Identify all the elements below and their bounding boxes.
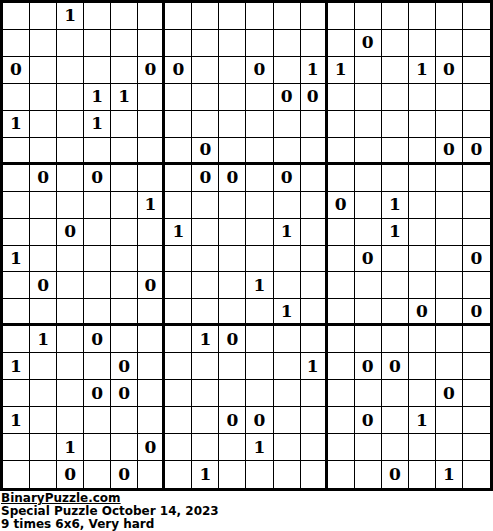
cell-r18-c13-empty[interactable] xyxy=(328,461,355,488)
cell-r11-c15-empty[interactable] xyxy=(382,272,409,299)
cell-r6-c4-empty[interactable] xyxy=(84,138,111,165)
cell-r9-c1-empty[interactable] xyxy=(3,219,30,246)
cell-r3-c18-empty[interactable] xyxy=(463,57,490,84)
cell-r13-c9-given-0: 0 xyxy=(219,326,246,353)
cell-r5-c3-empty[interactable] xyxy=(57,111,84,138)
cell-r2-c1-empty[interactable] xyxy=(3,30,30,57)
cell-r1-c2-empty[interactable] xyxy=(30,3,57,30)
cell-r10-c13-empty[interactable] xyxy=(328,246,355,273)
cell-r16-c2-empty[interactable] xyxy=(30,407,57,434)
cell-r4-c11-given-0: 0 xyxy=(274,84,301,111)
cell-r13-c3-empty[interactable] xyxy=(57,326,84,353)
cell-r7-c15-empty[interactable] xyxy=(382,165,409,192)
cell-r12-c15-empty[interactable] xyxy=(382,299,409,326)
cell-r5-c11-empty[interactable] xyxy=(274,111,301,138)
cell-r2-c12-empty[interactable] xyxy=(301,30,328,57)
cell-r10-c15-empty[interactable] xyxy=(382,246,409,273)
cell-r11-c2-given-0: 0 xyxy=(30,272,57,299)
cell-r17-c8-empty[interactable] xyxy=(192,434,219,461)
cell-r18-c14-empty[interactable] xyxy=(355,461,382,488)
cell-r2-c9-empty[interactable] xyxy=(219,30,246,57)
cell-r7-c7-empty[interactable] xyxy=(165,165,192,192)
cell-r12-c1-empty[interactable] xyxy=(3,299,30,326)
cell-r11-c14-empty[interactable] xyxy=(355,272,382,299)
cell-r14-c10-empty[interactable] xyxy=(246,353,273,380)
cell-r13-c6-empty[interactable] xyxy=(138,326,165,353)
cell-r11-c16-empty[interactable] xyxy=(409,272,436,299)
cell-r3-c8-empty[interactable] xyxy=(192,57,219,84)
cell-r4-c10-empty[interactable] xyxy=(246,84,273,111)
cell-r6-c13-empty[interactable] xyxy=(328,138,355,165)
cell-r8-c1-empty[interactable] xyxy=(3,192,30,219)
cell-r15-c18-empty[interactable] xyxy=(463,380,490,407)
cell-r12-c4-empty[interactable] xyxy=(84,299,111,326)
cell-r1-c9-empty[interactable] xyxy=(219,3,246,30)
cell-r14-c9-empty[interactable] xyxy=(219,353,246,380)
cell-r1-c10-empty[interactable] xyxy=(246,3,273,30)
cell-r5-c18-empty[interactable] xyxy=(463,111,490,138)
cell-r6-c16-empty[interactable] xyxy=(409,138,436,165)
cell-r8-c5-empty[interactable] xyxy=(111,192,138,219)
cell-r15-c13-empty[interactable] xyxy=(328,380,355,407)
site-link[interactable]: BinaryPuzzle.com xyxy=(1,492,219,505)
cell-r14-c8-empty[interactable] xyxy=(192,353,219,380)
cell-r15-c10-empty[interactable] xyxy=(246,380,273,407)
cell-r17-c16-empty[interactable] xyxy=(409,434,436,461)
cell-r9-c2-empty[interactable] xyxy=(30,219,57,246)
cell-r10-c8-empty[interactable] xyxy=(192,246,219,273)
cell-r15-c3-empty[interactable] xyxy=(57,380,84,407)
cell-r18-c9-empty[interactable] xyxy=(219,461,246,488)
cell-r15-c7-empty[interactable] xyxy=(165,380,192,407)
cell-r7-c11-given-0: 0 xyxy=(274,165,301,192)
cell-r10-c5-empty[interactable] xyxy=(111,246,138,273)
cell-r10-c3-empty[interactable] xyxy=(57,246,84,273)
cell-r14-c6-empty[interactable] xyxy=(138,353,165,380)
cell-r6-c6-empty[interactable] xyxy=(138,138,165,165)
cell-r9-c14-empty[interactable] xyxy=(355,219,382,246)
cell-r17-c7-empty[interactable] xyxy=(165,434,192,461)
cell-r11-c12-empty[interactable] xyxy=(301,272,328,299)
cell-r10-c11-empty[interactable] xyxy=(274,246,301,273)
cell-r9-c6-empty[interactable] xyxy=(138,219,165,246)
cell-r2-c17-empty[interactable] xyxy=(436,30,463,57)
cell-r9-c10-empty[interactable] xyxy=(246,219,273,246)
cell-r4-c8-empty[interactable] xyxy=(192,84,219,111)
cell-r10-c18-given-0: 0 xyxy=(463,246,490,273)
cell-r16-c17-empty[interactable] xyxy=(436,407,463,434)
cell-r3-c2-empty[interactable] xyxy=(30,57,57,84)
cell-r14-c18-empty[interactable] xyxy=(463,353,490,380)
cell-r14-c17-empty[interactable] xyxy=(436,353,463,380)
cell-r12-c6-empty[interactable] xyxy=(138,299,165,326)
cell-r1-c1-empty[interactable] xyxy=(3,3,30,30)
cell-r18-c2-empty[interactable] xyxy=(30,461,57,488)
cell-r18-c4-empty[interactable] xyxy=(84,461,111,488)
cell-r14-c13-empty[interactable] xyxy=(328,353,355,380)
cell-r1-c7-empty[interactable] xyxy=(165,3,192,30)
cell-r6-c14-empty[interactable] xyxy=(355,138,382,165)
cell-r17-c18-empty[interactable] xyxy=(463,434,490,461)
cell-r11-c6-given-0: 0 xyxy=(138,272,165,299)
cell-r16-c3-empty[interactable] xyxy=(57,407,84,434)
cell-r11-c13-empty[interactable] xyxy=(328,272,355,299)
cell-r16-c12-empty[interactable] xyxy=(301,407,328,434)
cell-r2-c11-empty[interactable] xyxy=(274,30,301,57)
cell-r6-c17-given-0: 0 xyxy=(436,138,463,165)
cell-r11-c4-empty[interactable] xyxy=(84,272,111,299)
cell-r8-c8-empty[interactable] xyxy=(192,192,219,219)
cell-r11-c3-empty[interactable] xyxy=(57,272,84,299)
cell-r8-c9-empty[interactable] xyxy=(219,192,246,219)
cell-r11-c18-empty[interactable] xyxy=(463,272,490,299)
cell-r5-c1-given-1: 1 xyxy=(3,111,30,138)
cell-r5-c17-empty[interactable] xyxy=(436,111,463,138)
cell-r11-c9-empty[interactable] xyxy=(219,272,246,299)
cell-r5-c10-empty[interactable] xyxy=(246,111,273,138)
cell-r5-c15-empty[interactable] xyxy=(382,111,409,138)
cell-r8-c7-empty[interactable] xyxy=(165,192,192,219)
cell-r12-c3-empty[interactable] xyxy=(57,299,84,326)
cell-r9-c12-empty[interactable] xyxy=(301,219,328,246)
cell-r13-c5-empty[interactable] xyxy=(111,326,138,353)
cell-r4-c1-empty[interactable] xyxy=(3,84,30,111)
cell-r9-c9-empty[interactable] xyxy=(219,219,246,246)
cell-r4-c16-empty[interactable] xyxy=(409,84,436,111)
cell-r18-c1-empty[interactable] xyxy=(3,461,30,488)
cell-r1-c8-empty[interactable] xyxy=(192,3,219,30)
cell-r17-c14-empty[interactable] xyxy=(355,434,382,461)
cell-r5-c14-empty[interactable] xyxy=(355,111,382,138)
cell-r5-c12-empty[interactable] xyxy=(301,111,328,138)
cell-r1-c16-empty[interactable] xyxy=(409,3,436,30)
cell-r4-c9-empty[interactable] xyxy=(219,84,246,111)
cell-r4-c18-empty[interactable] xyxy=(463,84,490,111)
cell-r9-c13-empty[interactable] xyxy=(328,219,355,246)
cell-r1-c11-empty[interactable] xyxy=(274,3,301,30)
cell-r2-c18-empty[interactable] xyxy=(463,30,490,57)
cell-r15-c1-empty[interactable] xyxy=(3,380,30,407)
cell-r8-c2-empty[interactable] xyxy=(30,192,57,219)
cell-r17-c13-empty[interactable] xyxy=(328,434,355,461)
cell-r9-c5-empty[interactable] xyxy=(111,219,138,246)
cell-r5-c8-empty[interactable] xyxy=(192,111,219,138)
cell-r5-c5-empty[interactable] xyxy=(111,111,138,138)
cell-r16-c4-empty[interactable] xyxy=(84,407,111,434)
cell-r2-c6-empty[interactable] xyxy=(138,30,165,57)
cell-r4-c17-empty[interactable] xyxy=(436,84,463,111)
cell-r3-c12-given-1: 1 xyxy=(301,57,328,84)
cell-r8-c14-empty[interactable] xyxy=(355,192,382,219)
cell-r9-c4-empty[interactable] xyxy=(84,219,111,246)
cell-r18-c10-empty[interactable] xyxy=(246,461,273,488)
cell-r6-c9-empty[interactable] xyxy=(219,138,246,165)
cell-r12-c10-empty[interactable] xyxy=(246,299,273,326)
cell-r10-c17-empty[interactable] xyxy=(436,246,463,273)
cell-r16-c10-given-0: 0 xyxy=(246,407,273,434)
cell-r4-c5-given-1: 1 xyxy=(111,84,138,111)
cell-r1-c5-empty[interactable] xyxy=(111,3,138,30)
cell-r10-c4-empty[interactable] xyxy=(84,246,111,273)
cell-r7-c2-given-0: 0 xyxy=(30,165,57,192)
cell-r12-c14-empty[interactable] xyxy=(355,299,382,326)
cell-r5-c13-empty[interactable] xyxy=(328,111,355,138)
cell-r12-c9-empty[interactable] xyxy=(219,299,246,326)
cell-r6-c5-empty[interactable] xyxy=(111,138,138,165)
cell-r15-c11-empty[interactable] xyxy=(274,380,301,407)
cell-r6-c10-empty[interactable] xyxy=(246,138,273,165)
cell-r14-c3-empty[interactable] xyxy=(57,353,84,380)
cell-r9-c16-empty[interactable] xyxy=(409,219,436,246)
cell-r7-c18-empty[interactable] xyxy=(463,165,490,192)
cell-r11-c10-given-1: 1 xyxy=(246,272,273,299)
cell-r1-c17-empty[interactable] xyxy=(436,3,463,30)
cell-r6-c1-empty[interactable] xyxy=(3,138,30,165)
cell-r10-c12-empty[interactable] xyxy=(301,246,328,273)
cell-r18-c11-empty[interactable] xyxy=(274,461,301,488)
cell-r7-c3-empty[interactable] xyxy=(57,165,84,192)
cell-r13-c15-empty[interactable] xyxy=(382,326,409,353)
cell-r16-c11-empty[interactable] xyxy=(274,407,301,434)
cell-r9-c11-given-1: 1 xyxy=(274,219,301,246)
cell-r6-c7-empty[interactable] xyxy=(165,138,192,165)
cell-r18-c6-empty[interactable] xyxy=(138,461,165,488)
cell-r12-c18-given-0: 0 xyxy=(463,299,490,326)
cell-r18-c18-empty[interactable] xyxy=(463,461,490,488)
cell-r16-c7-empty[interactable] xyxy=(165,407,192,434)
cell-r12-c16-given-0: 0 xyxy=(409,299,436,326)
cell-r1-c13-empty[interactable] xyxy=(328,3,355,30)
cell-r10-c7-empty[interactable] xyxy=(165,246,192,273)
cell-r2-c8-empty[interactable] xyxy=(192,30,219,57)
cell-r2-c7-empty[interactable] xyxy=(165,30,192,57)
cell-r13-c16-empty[interactable] xyxy=(409,326,436,353)
cell-r15-c15-empty[interactable] xyxy=(382,380,409,407)
cell-r1-c15-empty[interactable] xyxy=(382,3,409,30)
cell-r14-c16-empty[interactable] xyxy=(409,353,436,380)
cell-r15-c6-empty[interactable] xyxy=(138,380,165,407)
cell-r9-c15-given-1: 1 xyxy=(382,219,409,246)
cell-r1-c6-empty[interactable] xyxy=(138,3,165,30)
cell-r3-c4-empty[interactable] xyxy=(84,57,111,84)
cell-r17-c11-empty[interactable] xyxy=(274,434,301,461)
cell-r12-c7-empty[interactable] xyxy=(165,299,192,326)
cell-r3-c16-given-1: 1 xyxy=(409,57,436,84)
cell-r8-c10-empty[interactable] xyxy=(246,192,273,219)
cell-r2-c15-empty[interactable] xyxy=(382,30,409,57)
cell-r13-c11-empty[interactable] xyxy=(274,326,301,353)
cell-r7-c16-empty[interactable] xyxy=(409,165,436,192)
cell-r12-c5-empty[interactable] xyxy=(111,299,138,326)
cell-r7-c6-empty[interactable] xyxy=(138,165,165,192)
puzzle-spec: 9 times 6x6, Very hard xyxy=(1,518,219,531)
cell-r13-c12-empty[interactable] xyxy=(301,326,328,353)
cell-r8-c4-empty[interactable] xyxy=(84,192,111,219)
cell-r8-c16-empty[interactable] xyxy=(409,192,436,219)
cell-r5-c4-given-1: 1 xyxy=(84,111,111,138)
cell-r14-c14-given-0: 0 xyxy=(355,353,382,380)
cell-r6-c3-empty[interactable] xyxy=(57,138,84,165)
cell-r16-c5-empty[interactable] xyxy=(111,407,138,434)
cell-r18-c7-empty[interactable] xyxy=(165,461,192,488)
cell-r18-c8-given-1: 1 xyxy=(192,461,219,488)
cell-r9-c18-empty[interactable] xyxy=(463,219,490,246)
cell-r4-c3-empty[interactable] xyxy=(57,84,84,111)
cell-r8-c11-empty[interactable] xyxy=(274,192,301,219)
cell-r8-c13-given-0: 0 xyxy=(328,192,355,219)
cell-r15-c2-empty[interactable] xyxy=(30,380,57,407)
cell-r14-c2-empty[interactable] xyxy=(30,353,57,380)
cell-r2-c14-given-0: 0 xyxy=(355,30,382,57)
cell-r4-c13-empty[interactable] xyxy=(328,84,355,111)
cell-r2-c3-empty[interactable] xyxy=(57,30,84,57)
cell-r7-c13-empty[interactable] xyxy=(328,165,355,192)
cell-r15-c12-empty[interactable] xyxy=(301,380,328,407)
cell-r9-c17-empty[interactable] xyxy=(436,219,463,246)
cell-r17-c12-empty[interactable] xyxy=(301,434,328,461)
cell-r3-c14-empty[interactable] xyxy=(355,57,382,84)
cell-r2-c16-empty[interactable] xyxy=(409,30,436,57)
cell-r12-c2-empty[interactable] xyxy=(30,299,57,326)
cell-r12-c13-empty[interactable] xyxy=(328,299,355,326)
cell-r11-c1-empty[interactable] xyxy=(3,272,30,299)
cell-r3-c3-empty[interactable] xyxy=(57,57,84,84)
cell-r1-c12-empty[interactable] xyxy=(301,3,328,30)
cell-r15-c14-empty[interactable] xyxy=(355,380,382,407)
cell-r10-c9-empty[interactable] xyxy=(219,246,246,273)
cell-r17-c2-empty[interactable] xyxy=(30,434,57,461)
cell-r4-c2-empty[interactable] xyxy=(30,84,57,111)
cell-r17-c5-empty[interactable] xyxy=(111,434,138,461)
cell-r6-c8-given-0: 0 xyxy=(192,138,219,165)
cell-r10-c10-empty[interactable] xyxy=(246,246,273,273)
cell-r7-c17-empty[interactable] xyxy=(436,165,463,192)
cell-r2-c4-empty[interactable] xyxy=(84,30,111,57)
cell-r3-c11-empty[interactable] xyxy=(274,57,301,84)
cell-r14-c7-empty[interactable] xyxy=(165,353,192,380)
cell-r13-c2-given-1: 1 xyxy=(30,326,57,353)
cell-r13-c1-empty[interactable] xyxy=(3,326,30,353)
cell-r2-c2-empty[interactable] xyxy=(30,30,57,57)
cell-r8-c12-empty[interactable] xyxy=(301,192,328,219)
cell-r18-c12-empty[interactable] xyxy=(301,461,328,488)
cell-r7-c4-given-0: 0 xyxy=(84,165,111,192)
cell-r4-c7-empty[interactable] xyxy=(165,84,192,111)
cell-r10-c2-empty[interactable] xyxy=(30,246,57,273)
cell-r7-c5-empty[interactable] xyxy=(111,165,138,192)
cell-r17-c15-empty[interactable] xyxy=(382,434,409,461)
cell-r1-c14-empty[interactable] xyxy=(355,3,382,30)
cell-r17-c10-given-1: 1 xyxy=(246,434,273,461)
cell-r17-c4-empty[interactable] xyxy=(84,434,111,461)
cell-r9-c8-empty[interactable] xyxy=(192,219,219,246)
cell-r13-c14-empty[interactable] xyxy=(355,326,382,353)
cell-r4-c15-empty[interactable] xyxy=(382,84,409,111)
footer: BinaryPuzzle.com Special Puzzle October … xyxy=(1,492,219,530)
cell-r18-c15-given-0: 0 xyxy=(382,461,409,488)
cell-r2-c5-empty[interactable] xyxy=(111,30,138,57)
cell-r4-c14-empty[interactable] xyxy=(355,84,382,111)
cell-r4-c6-empty[interactable] xyxy=(138,84,165,111)
cell-r8-c18-empty[interactable] xyxy=(463,192,490,219)
cell-r1-c18-empty[interactable] xyxy=(463,3,490,30)
cell-r5-c16-empty[interactable] xyxy=(409,111,436,138)
cell-r3-c5-empty[interactable] xyxy=(111,57,138,84)
puzzle-board: 1000001110110011000000001010111100001100… xyxy=(0,0,493,491)
cell-r6-c11-empty[interactable] xyxy=(274,138,301,165)
cell-r7-c1-empty[interactable] xyxy=(3,165,30,192)
cell-r11-c11-empty[interactable] xyxy=(274,272,301,299)
cell-r16-c14-given-0: 0 xyxy=(355,407,382,434)
cell-r7-c14-empty[interactable] xyxy=(355,165,382,192)
cell-r5-c7-empty[interactable] xyxy=(165,111,192,138)
cell-r3-c1-given-0: 0 xyxy=(3,57,30,84)
cell-r1-c4-empty[interactable] xyxy=(84,3,111,30)
cell-r1-c3-given-1: 1 xyxy=(57,3,84,30)
cell-r16-c18-empty[interactable] xyxy=(463,407,490,434)
cell-r17-c9-empty[interactable] xyxy=(219,434,246,461)
cell-r14-c11-empty[interactable] xyxy=(274,353,301,380)
cell-r15-c16-empty[interactable] xyxy=(409,380,436,407)
cell-r12-c17-empty[interactable] xyxy=(436,299,463,326)
cell-r2-c10-empty[interactable] xyxy=(246,30,273,57)
cell-r5-c2-empty[interactable] xyxy=(30,111,57,138)
cell-r6-c15-empty[interactable] xyxy=(382,138,409,165)
cell-r12-c8-empty[interactable] xyxy=(192,299,219,326)
cell-r5-c6-empty[interactable] xyxy=(138,111,165,138)
cell-r12-c11-given-1: 1 xyxy=(274,299,301,326)
cell-r14-c4-empty[interactable] xyxy=(84,353,111,380)
cell-r16-c8-empty[interactable] xyxy=(192,407,219,434)
cell-r8-c17-empty[interactable] xyxy=(436,192,463,219)
cell-r13-c10-empty[interactable] xyxy=(246,326,273,353)
cell-r15-c5-given-0: 0 xyxy=(111,380,138,407)
cell-r11-c5-empty[interactable] xyxy=(111,272,138,299)
cell-r13-c8-given-1: 1 xyxy=(192,326,219,353)
cell-r17-c17-empty[interactable] xyxy=(436,434,463,461)
cell-r3-c15-empty[interactable] xyxy=(382,57,409,84)
cell-r6-c2-empty[interactable] xyxy=(30,138,57,165)
cell-r3-c13-given-1: 1 xyxy=(328,57,355,84)
cell-r13-c18-empty[interactable] xyxy=(463,326,490,353)
cell-r16-c13-empty[interactable] xyxy=(328,407,355,434)
cell-r2-c13-empty[interactable] xyxy=(328,30,355,57)
cell-r3-c9-empty[interactable] xyxy=(219,57,246,84)
cell-r18-c16-empty[interactable] xyxy=(409,461,436,488)
cell-r10-c6-empty[interactable] xyxy=(138,246,165,273)
cell-r5-c9-empty[interactable] xyxy=(219,111,246,138)
cell-r15-c9-empty[interactable] xyxy=(219,380,246,407)
cell-r10-c16-empty[interactable] xyxy=(409,246,436,273)
cell-r7-c12-empty[interactable] xyxy=(301,165,328,192)
cell-r11-c17-empty[interactable] xyxy=(436,272,463,299)
cell-r13-c17-empty[interactable] xyxy=(436,326,463,353)
cell-r13-c13-empty[interactable] xyxy=(328,326,355,353)
cell-r6-c12-empty[interactable] xyxy=(301,138,328,165)
cell-r11-c8-empty[interactable] xyxy=(192,272,219,299)
cell-r16-c6-empty[interactable] xyxy=(138,407,165,434)
cell-r12-c12-empty[interactable] xyxy=(301,299,328,326)
cell-r8-c3-empty[interactable] xyxy=(57,192,84,219)
cell-r17-c1-empty[interactable] xyxy=(3,434,30,461)
cell-r11-c7-empty[interactable] xyxy=(165,272,192,299)
cell-r3-c10-given-0: 0 xyxy=(246,57,273,84)
cell-r16-c15-empty[interactable] xyxy=(382,407,409,434)
cell-r13-c7-empty[interactable] xyxy=(165,326,192,353)
cell-r7-c10-empty[interactable] xyxy=(246,165,273,192)
cell-r15-c8-empty[interactable] xyxy=(192,380,219,407)
cell-r6-c18-given-0: 0 xyxy=(463,138,490,165)
